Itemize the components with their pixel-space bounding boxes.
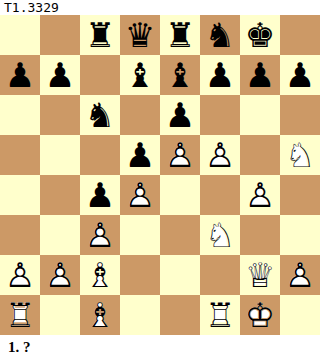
square-c8[interactable]: ♜: [80, 15, 120, 55]
rook-glyph: ♖: [0, 295, 40, 335]
rook-glyph: ♜: [160, 15, 200, 55]
piece-white-pawn: ♟♙: [240, 175, 280, 215]
knight-glyph: ♞: [200, 15, 240, 55]
pawn-glyph: ♟: [40, 55, 80, 95]
pawn-glyph: ♟: [280, 55, 320, 95]
square-d5[interactable]: ♟: [120, 135, 160, 175]
square-c7[interactable]: [80, 55, 120, 95]
square-h2[interactable]: ♟♙: [280, 255, 320, 295]
bishop-glyph: ♝: [160, 55, 200, 95]
piece-white-knight: ♞♘: [200, 215, 240, 255]
square-a8[interactable]: [0, 15, 40, 55]
square-e2[interactable]: [160, 255, 200, 295]
piece-white-king: ♚♔: [240, 295, 280, 335]
square-d8[interactable]: ♛: [120, 15, 160, 55]
pawn-glyph: ♙: [160, 135, 200, 175]
rook-glyph: ♜: [80, 15, 120, 55]
move-prompt: 1. ?: [0, 339, 31, 356]
prompt-bar: 1. ?: [0, 335, 320, 360]
piece-white-pawn: ♟♙: [40, 255, 80, 295]
square-a4[interactable]: [0, 175, 40, 215]
square-c2[interactable]: ♝♗: [80, 255, 120, 295]
piece-black-pawn: ♟: [80, 175, 120, 215]
pawn-glyph: ♙: [240, 175, 280, 215]
piece-black-knight: ♞: [200, 15, 240, 55]
pawn-glyph: ♟: [240, 55, 280, 95]
piece-black-pawn: ♟: [200, 55, 240, 95]
chess-board: ♜♛♜♞♚♟♟♝♝♟♟♟♞♟♟♟♙♟♙♞♘♟♟♙♟♙♟♙♞♘♟♙♟♙♝♗♛♕♟♙…: [0, 15, 320, 335]
square-b8[interactable]: [40, 15, 80, 55]
square-b1[interactable]: [40, 295, 80, 335]
square-c6[interactable]: ♞: [80, 95, 120, 135]
square-c5[interactable]: [80, 135, 120, 175]
square-b6[interactable]: [40, 95, 80, 135]
pawn-glyph: ♟: [0, 55, 40, 95]
square-c1[interactable]: ♝♗: [80, 295, 120, 335]
piece-black-rook: ♜: [160, 15, 200, 55]
square-b3[interactable]: [40, 215, 80, 255]
piece-white-pawn: ♟♙: [80, 215, 120, 255]
piece-white-queen: ♛♕: [240, 255, 280, 295]
square-c4[interactable]: ♟: [80, 175, 120, 215]
piece-black-pawn: ♟: [0, 55, 40, 95]
piece-black-queen: ♛: [120, 15, 160, 55]
square-a7[interactable]: ♟: [0, 55, 40, 95]
piece-white-bishop: ♝♗: [80, 255, 120, 295]
square-f2[interactable]: [200, 255, 240, 295]
square-f3[interactable]: ♞♘: [200, 215, 240, 255]
square-f8[interactable]: ♞: [200, 15, 240, 55]
pawn-glyph: ♟: [160, 95, 200, 135]
piece-black-pawn: ♟: [280, 55, 320, 95]
square-g5[interactable]: [240, 135, 280, 175]
piece-black-pawn: ♟: [40, 55, 80, 95]
square-e8[interactable]: ♜: [160, 15, 200, 55]
puzzle-title: T1.3329: [0, 0, 59, 15]
king-glyph: ♔: [240, 295, 280, 335]
square-a2[interactable]: ♟♙: [0, 255, 40, 295]
knight-glyph: ♘: [200, 215, 240, 255]
pawn-glyph: ♟: [80, 175, 120, 215]
piece-black-pawn: ♟: [240, 55, 280, 95]
square-h1[interactable]: [280, 295, 320, 335]
square-h8[interactable]: [280, 15, 320, 55]
square-e1[interactable]: [160, 295, 200, 335]
square-d3[interactable]: [120, 215, 160, 255]
square-d4[interactable]: ♟♙: [120, 175, 160, 215]
piece-black-rook: ♜: [80, 15, 120, 55]
square-e4[interactable]: [160, 175, 200, 215]
square-h3[interactable]: [280, 215, 320, 255]
square-f7[interactable]: ♟: [200, 55, 240, 95]
square-f5[interactable]: ♟♙: [200, 135, 240, 175]
chess-puzzle-page: T1.3329 ♜♛♜♞♚♟♟♝♝♟♟♟♞♟♟♟♙♟♙♞♘♟♟♙♟♙♟♙♞♘♟♙…: [0, 0, 320, 360]
square-b7[interactable]: ♟: [40, 55, 80, 95]
pawn-glyph: ♙: [80, 215, 120, 255]
square-d2[interactable]: [120, 255, 160, 295]
piece-white-rook: ♜♖: [0, 295, 40, 335]
piece-black-knight: ♞: [80, 95, 120, 135]
piece-white-rook: ♜♖: [200, 295, 240, 335]
square-a5[interactable]: [0, 135, 40, 175]
piece-black-king: ♚: [240, 15, 280, 55]
square-g4[interactable]: ♟♙: [240, 175, 280, 215]
square-h5[interactable]: ♞♘: [280, 135, 320, 175]
pawn-glyph: ♙: [40, 255, 80, 295]
piece-white-bishop: ♝♗: [80, 295, 120, 335]
square-b4[interactable]: [40, 175, 80, 215]
square-d1[interactable]: [120, 295, 160, 335]
knight-glyph: ♞: [80, 95, 120, 135]
square-h6[interactable]: [280, 95, 320, 135]
square-f6[interactable]: [200, 95, 240, 135]
queen-glyph: ♕: [240, 255, 280, 295]
square-b2[interactable]: ♟♙: [40, 255, 80, 295]
square-g2[interactable]: ♛♕: [240, 255, 280, 295]
square-e7[interactable]: ♝: [160, 55, 200, 95]
square-d6[interactable]: [120, 95, 160, 135]
square-h4[interactable]: [280, 175, 320, 215]
square-a1[interactable]: ♜♖: [0, 295, 40, 335]
pawn-glyph: ♟: [120, 135, 160, 175]
piece-white-pawn: ♟♙: [160, 135, 200, 175]
knight-glyph: ♘: [280, 135, 320, 175]
piece-black-bishop: ♝: [160, 55, 200, 95]
piece-white-pawn: ♟♙: [280, 255, 320, 295]
square-a3[interactable]: [0, 215, 40, 255]
square-d7[interactable]: ♝: [120, 55, 160, 95]
pawn-glyph: ♙: [280, 255, 320, 295]
pawn-glyph: ♟: [200, 55, 240, 95]
square-f4[interactable]: [200, 175, 240, 215]
square-f1[interactable]: ♜♖: [200, 295, 240, 335]
piece-black-pawn: ♟: [160, 95, 200, 135]
square-g7[interactable]: ♟: [240, 55, 280, 95]
square-g3[interactable]: [240, 215, 280, 255]
queen-glyph: ♛: [120, 15, 160, 55]
square-h7[interactable]: ♟: [280, 55, 320, 95]
square-e5[interactable]: ♟♙: [160, 135, 200, 175]
piece-white-knight: ♞♘: [280, 135, 320, 175]
piece-white-pawn: ♟♙: [200, 135, 240, 175]
piece-white-pawn: ♟♙: [120, 175, 160, 215]
piece-black-bishop: ♝: [120, 55, 160, 95]
bishop-glyph: ♗: [80, 295, 120, 335]
pawn-glyph: ♙: [0, 255, 40, 295]
pawn-glyph: ♙: [200, 135, 240, 175]
square-g8[interactable]: ♚: [240, 15, 280, 55]
pawn-glyph: ♙: [120, 175, 160, 215]
bishop-glyph: ♗: [80, 255, 120, 295]
square-a6[interactable]: [0, 95, 40, 135]
square-e6[interactable]: ♟: [160, 95, 200, 135]
square-g1[interactable]: ♚♔: [240, 295, 280, 335]
title-bar: T1.3329: [0, 0, 320, 15]
piece-white-pawn: ♟♙: [0, 255, 40, 295]
rook-glyph: ♖: [200, 295, 240, 335]
king-glyph: ♚: [240, 15, 280, 55]
square-g6[interactable]: [240, 95, 280, 135]
piece-black-pawn: ♟: [120, 135, 160, 175]
square-c3[interactable]: ♟♙: [80, 215, 120, 255]
bishop-glyph: ♝: [120, 55, 160, 95]
square-b5[interactable]: [40, 135, 80, 175]
square-e3[interactable]: [160, 215, 200, 255]
